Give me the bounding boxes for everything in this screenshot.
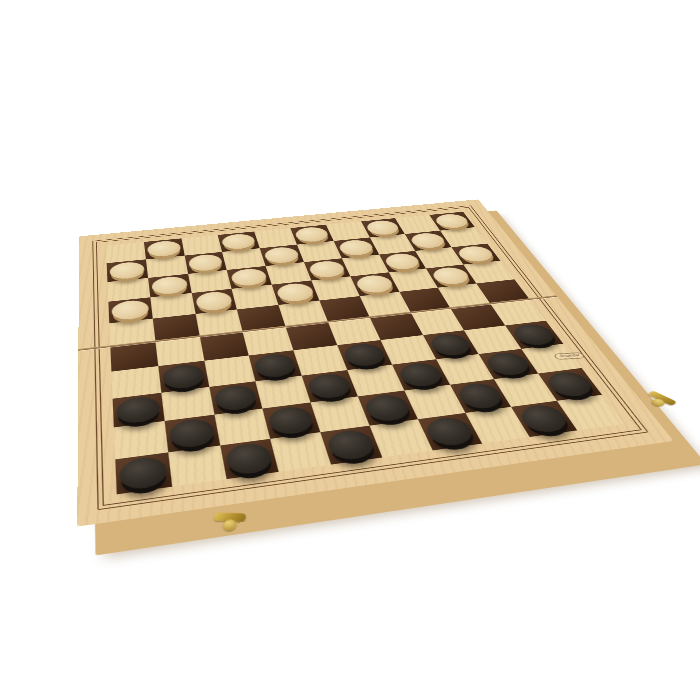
white-piece[interactable] [151,275,188,295]
white-piece[interactable] [263,246,301,264]
black-piece[interactable] [119,455,168,491]
white-piece[interactable] [364,219,402,236]
square-r10-c2[interactable] [168,446,226,487]
white-piece[interactable] [187,253,224,272]
black-piece[interactable] [168,417,216,449]
black-piece[interactable] [325,428,378,461]
latch-knob [222,519,237,531]
white-piece[interactable] [275,282,316,303]
board-grid [106,212,624,495]
white-piece[interactable] [307,260,347,279]
product-photo-scene: Jeujura [0,0,700,700]
black-piece[interactable] [341,342,388,368]
black-piece[interactable] [509,322,559,346]
white-piece[interactable] [382,252,423,271]
white-piece[interactable] [455,245,497,263]
white-piece[interactable] [111,299,149,321]
square-r10-c1[interactable] [115,453,172,495]
black-piece[interactable] [162,363,206,390]
black-piece[interactable] [253,352,298,379]
white-piece[interactable] [109,261,144,280]
wooden-board-top: Jeujura [77,199,673,526]
black-piece[interactable] [212,383,258,412]
black-piece[interactable] [306,372,354,400]
square-r10-c3[interactable] [220,439,279,479]
black-piece[interactable] [224,442,275,477]
black-piece[interactable] [267,405,317,436]
black-piece[interactable] [362,393,413,423]
brand-stamp: Jeujura [554,352,586,360]
white-piece[interactable] [147,240,182,258]
white-piece[interactable] [194,291,233,313]
white-piece[interactable] [221,233,257,250]
draughts-board: Jeujura [77,199,673,526]
black-piece[interactable] [116,395,161,425]
brass-latch-front [212,513,247,531]
white-piece[interactable] [337,239,376,257]
white-piece[interactable] [433,213,472,229]
white-piece[interactable] [230,267,269,287]
white-piece[interactable] [293,226,330,243]
white-piece[interactable] [354,274,396,294]
